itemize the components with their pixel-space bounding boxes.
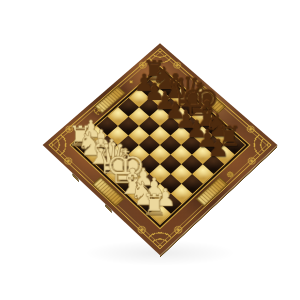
- knot-ring-ornament: [171, 60, 182, 70]
- ships-wheel-icon: ☸: [224, 169, 236, 180]
- square-e4: [149, 145, 170, 164]
- corner-filigree-ornament: [148, 225, 173, 248]
- brass-hinge: [72, 173, 79, 182]
- square-h8: ♜: [224, 135, 245, 154]
- square-e1: ♚: [117, 174, 139, 194]
- knot-ring-ornament: [138, 60, 149, 70]
- knot-ring-ornament: [63, 124, 74, 134]
- square-h5: [192, 164, 213, 184]
- piece-white-rook: ♜: [63, 122, 97, 150]
- brass-hinge: [105, 204, 112, 213]
- square-h4: [182, 174, 204, 194]
- square-h2: ♟: [160, 194, 182, 214]
- piece-black-rook: ♜: [138, 58, 171, 85]
- corner-filigree-ornament: [50, 134, 74, 156]
- square-g6: [192, 145, 213, 164]
- square-g1: ♞: [138, 194, 160, 214]
- chess-board: ⚓ ✦ ☸ ♜♞♝♛♚♝♞♜♟♟♟♟♟♟♟♟♟♟♟♟♟♟♟♟♜♞♝♛♚♝♞♜: [43, 43, 278, 255]
- product-photo-scene: ⚓ ✦ ☸ ♜♞♝♛♚♝♞♜♟♟♟♟♟♟♟♟♟♟♟♟♟♟♟♟♜♞♝♛♚♝♞♜: [0, 0, 300, 300]
- knot-ring-ornament: [245, 124, 256, 134]
- corner-filigree-ornament: [148, 49, 171, 69]
- compass-rose-icon: ✦: [126, 78, 136, 87]
- square-a1: ♜: [75, 135, 96, 154]
- square-h1: ♜: [149, 204, 171, 224]
- anchor-icon: ⚓: [91, 106, 104, 118]
- corner-filigree-ornament: [246, 134, 270, 156]
